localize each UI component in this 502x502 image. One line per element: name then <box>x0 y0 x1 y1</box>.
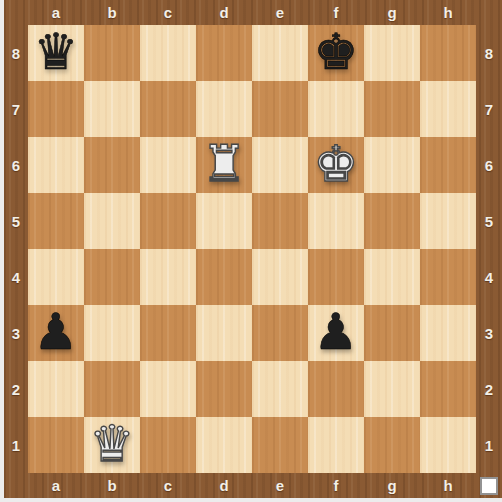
square-h3[interactable] <box>420 305 476 361</box>
rank-label-left-3: 3 <box>4 305 28 361</box>
piece-black-pawn[interactable]: ♟ <box>314 304 359 360</box>
square-b4[interactable] <box>84 249 140 305</box>
piece-white-queen[interactable]: ♛ <box>90 416 135 472</box>
square-d2[interactable] <box>196 361 252 417</box>
side-to-move-indicator <box>480 477 498 495</box>
file-label-bottom-a: a <box>28 473 84 498</box>
rank-label-left-2: 2 <box>4 361 28 417</box>
file-label-bottom-c: c <box>140 473 196 498</box>
square-c5[interactable] <box>140 193 196 249</box>
square-h1[interactable] <box>420 417 476 473</box>
piece-white-king[interactable]: ♚ <box>314 136 359 192</box>
square-f6[interactable]: ♚ <box>308 137 364 193</box>
square-g3[interactable] <box>364 305 420 361</box>
rank-label-left-1: 1 <box>4 417 28 473</box>
file-label-top-f: f <box>308 0 364 25</box>
square-b7[interactable] <box>84 81 140 137</box>
frame-corner-bottom-right <box>476 473 502 498</box>
square-d6[interactable]: ♜ <box>196 137 252 193</box>
square-a5[interactable] <box>28 193 84 249</box>
square-d5[interactable] <box>196 193 252 249</box>
piece-black-pawn[interactable]: ♟ <box>34 304 79 360</box>
file-label-top-g: g <box>364 0 420 25</box>
board-grid: abcdefgh8♛♚8776♜♚655443♟♟3221♛1abcdefgh <box>4 0 502 498</box>
file-label-top-d: d <box>196 0 252 25</box>
square-h4[interactable] <box>420 249 476 305</box>
rank-label-right-2: 2 <box>476 361 502 417</box>
square-c7[interactable] <box>140 81 196 137</box>
rank-label-left-6: 6 <box>4 137 28 193</box>
square-d1[interactable] <box>196 417 252 473</box>
square-a6[interactable] <box>28 137 84 193</box>
square-g2[interactable] <box>364 361 420 417</box>
file-label-top-h: h <box>420 0 476 25</box>
frame-corner <box>476 0 502 25</box>
file-label-top-a: a <box>28 0 84 25</box>
file-label-top-e: e <box>252 0 308 25</box>
file-label-bottom-g: g <box>364 473 420 498</box>
square-h2[interactable] <box>420 361 476 417</box>
rank-label-left-8: 8 <box>4 25 28 81</box>
chessboard-widget: abcdefgh8♛♚8776♜♚655443♟♟3221♛1abcdefgh <box>0 0 502 502</box>
square-h7[interactable] <box>420 81 476 137</box>
square-d8[interactable] <box>196 25 252 81</box>
square-a4[interactable] <box>28 249 84 305</box>
square-f5[interactable] <box>308 193 364 249</box>
file-label-bottom-e: e <box>252 473 308 498</box>
rank-label-right-6: 6 <box>476 137 502 193</box>
piece-white-rook[interactable]: ♜ <box>202 136 247 192</box>
square-a3[interactable]: ♟ <box>28 305 84 361</box>
rank-label-left-5: 5 <box>4 193 28 249</box>
frame-corner <box>4 473 28 498</box>
frame-corner <box>4 0 28 25</box>
rank-label-right-4: 4 <box>476 249 502 305</box>
square-e6[interactable] <box>252 137 308 193</box>
square-g4[interactable] <box>364 249 420 305</box>
square-e1[interactable] <box>252 417 308 473</box>
square-e2[interactable] <box>252 361 308 417</box>
square-a8[interactable]: ♛ <box>28 25 84 81</box>
square-f2[interactable] <box>308 361 364 417</box>
square-f1[interactable] <box>308 417 364 473</box>
square-a1[interactable] <box>28 417 84 473</box>
square-h5[interactable] <box>420 193 476 249</box>
square-f4[interactable] <box>308 249 364 305</box>
square-e7[interactable] <box>252 81 308 137</box>
square-g5[interactable] <box>364 193 420 249</box>
square-d3[interactable] <box>196 305 252 361</box>
square-c3[interactable] <box>140 305 196 361</box>
square-f7[interactable] <box>308 81 364 137</box>
square-f3[interactable]: ♟ <box>308 305 364 361</box>
rank-label-right-7: 7 <box>476 81 502 137</box>
square-b2[interactable] <box>84 361 140 417</box>
square-b5[interactable] <box>84 193 140 249</box>
square-h8[interactable] <box>420 25 476 81</box>
rank-label-right-5: 5 <box>476 193 502 249</box>
square-g6[interactable] <box>364 137 420 193</box>
square-b3[interactable] <box>84 305 140 361</box>
square-d4[interactable] <box>196 249 252 305</box>
square-g7[interactable] <box>364 81 420 137</box>
rank-label-left-4: 4 <box>4 249 28 305</box>
rank-label-right-8: 8 <box>476 25 502 81</box>
square-e4[interactable] <box>252 249 308 305</box>
square-c8[interactable] <box>140 25 196 81</box>
square-a2[interactable] <box>28 361 84 417</box>
square-a7[interactable] <box>28 81 84 137</box>
rank-label-left-7: 7 <box>4 81 28 137</box>
square-c1[interactable] <box>140 417 196 473</box>
square-b1[interactable]: ♛ <box>84 417 140 473</box>
square-e5[interactable] <box>252 193 308 249</box>
piece-black-king[interactable]: ♚ <box>314 24 359 80</box>
square-b8[interactable] <box>84 25 140 81</box>
square-h6[interactable] <box>420 137 476 193</box>
square-e8[interactable] <box>252 25 308 81</box>
board-frame: abcdefgh8♛♚8776♜♚655443♟♟3221♛1abcdefgh <box>4 0 502 498</box>
square-f8[interactable]: ♚ <box>308 25 364 81</box>
square-c2[interactable] <box>140 361 196 417</box>
file-label-top-b: b <box>84 0 140 25</box>
square-e3[interactable] <box>252 305 308 361</box>
rank-label-right-1: 1 <box>476 417 502 473</box>
square-g1[interactable] <box>364 417 420 473</box>
square-g8[interactable] <box>364 25 420 81</box>
file-label-bottom-d: d <box>196 473 252 498</box>
file-label-bottom-f: f <box>308 473 364 498</box>
square-c6[interactable] <box>140 137 196 193</box>
square-b6[interactable] <box>84 137 140 193</box>
square-d7[interactable] <box>196 81 252 137</box>
file-label-top-c: c <box>140 0 196 25</box>
piece-black-queen[interactable]: ♛ <box>34 24 79 80</box>
file-label-bottom-h: h <box>420 473 476 498</box>
square-c4[interactable] <box>140 249 196 305</box>
rank-label-right-3: 3 <box>476 305 502 361</box>
file-label-bottom-b: b <box>84 473 140 498</box>
